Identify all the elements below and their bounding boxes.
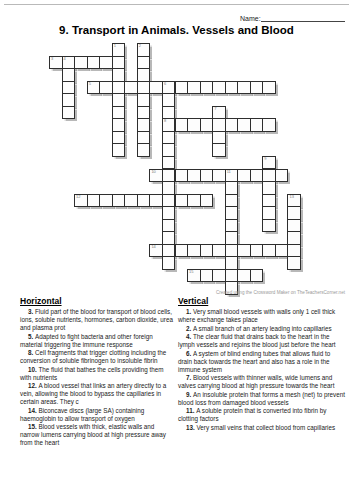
crossword-cell[interactable]	[212, 244, 226, 258]
clue-number: 2.	[186, 325, 193, 332]
crossword-cell[interactable]	[212, 169, 226, 183]
crossword-cell[interactable]	[225, 256, 239, 270]
clue-item: 12. A blood vessel that links an artery …	[20, 382, 175, 406]
clue-item: 11. A soluble protein that is converted …	[178, 407, 345, 423]
crossword-cell[interactable]	[99, 81, 113, 95]
crossword-cell[interactable]: 4	[62, 56, 76, 70]
cell-number: 10	[151, 170, 155, 174]
crossword-cell[interactable]	[149, 81, 163, 95]
crossword-cell[interactable]	[275, 244, 289, 258]
name-label: Name:	[240, 15, 261, 22]
cell-number: 7	[214, 107, 216, 111]
crossword-cell[interactable]	[112, 93, 126, 107]
clue-item: 7. Blood vessels with thinner walls, wid…	[178, 374, 345, 390]
crossword-cell[interactable]	[225, 118, 239, 132]
crossword-cell[interactable]	[175, 81, 189, 95]
crossword-cell[interactable]	[137, 194, 151, 208]
clue-item: 4. The clear fluid that drains back to t…	[178, 333, 345, 349]
crossword-cell[interactable]	[162, 181, 176, 195]
crossword-cell[interactable]	[87, 194, 101, 208]
cell-number: 4	[64, 57, 66, 61]
crossword-cell[interactable]	[124, 194, 138, 208]
crossword-cell[interactable]: 9	[262, 156, 276, 170]
clue-number: 11.	[186, 407, 196, 414]
crossword-cell[interactable]	[162, 169, 176, 183]
crossword-cell[interactable]	[200, 118, 214, 132]
crossword-cell[interactable]	[187, 244, 201, 258]
crossword-cell[interactable]	[112, 68, 126, 82]
clue-number: 14.	[28, 407, 39, 414]
crossword-cell[interactable]	[287, 219, 301, 233]
cell-number: 2	[139, 44, 141, 48]
crossword-cell[interactable]	[262, 81, 276, 95]
crossword-cell[interactable]	[250, 118, 264, 132]
crossword-cell[interactable]	[225, 231, 239, 245]
clue-number: 1.	[186, 308, 193, 315]
clue-item: 15. Blood vessels with thick, elastic wa…	[20, 423, 175, 447]
clue-number: 5.	[28, 333, 35, 340]
crossword-cell[interactable]: 10	[149, 169, 163, 183]
crossword-cell[interactable]: 2	[137, 43, 151, 57]
crossword-cell[interactable]	[175, 194, 189, 208]
clue-number: 8.	[28, 349, 35, 356]
crossword-grid: 123456789101112131415	[49, 43, 309, 303]
crossword-cell[interactable]	[212, 131, 226, 145]
clue-number: 9.	[186, 391, 193, 398]
crossword-cell[interactable]	[225, 269, 239, 283]
crossword-cell[interactable]	[62, 81, 76, 95]
crossword-cell[interactable]	[237, 269, 251, 283]
crossword-cell[interactable]	[162, 156, 176, 170]
crossword-cell[interactable]	[112, 81, 126, 95]
clues-horizontal-section: Horizontal 3. Fluid part of the blood fo…	[20, 296, 175, 448]
crossword-cell[interactable]	[200, 81, 214, 95]
crossword-cell[interactable]	[237, 244, 251, 258]
crossword-cell[interactable]: 8	[162, 118, 176, 132]
crossword-cell[interactable]	[175, 169, 189, 183]
crossword-cell[interactable]	[187, 81, 201, 95]
crossword-cell[interactable]	[162, 143, 176, 157]
crossword-cell[interactable]	[112, 106, 126, 120]
vertical-clue-list: 1. Very small blood vessels with walls o…	[178, 308, 345, 432]
crossword-cell[interactable]	[237, 169, 251, 183]
clue-item: 6. A system of blind ending tubes that a…	[178, 350, 345, 374]
cell-number: 12	[76, 195, 80, 199]
crossword-cell[interactable]	[262, 181, 276, 195]
crossword-cell[interactable]	[237, 81, 251, 95]
crossword-cell[interactable]	[200, 194, 214, 208]
crossword-cell[interactable]: 15	[187, 269, 201, 283]
crossword-cell[interactable]	[262, 169, 276, 183]
crossword-cell[interactable]	[262, 194, 276, 208]
crossword-cell[interactable]	[112, 131, 126, 145]
clue-number: 12.	[28, 382, 39, 389]
crossword-cell[interactable]	[137, 131, 151, 145]
crossword-cell[interactable]	[225, 219, 239, 233]
crossword-cell[interactable]	[200, 244, 214, 258]
crossword-cell[interactable]	[175, 244, 189, 258]
crossword-cell[interactable]	[137, 143, 151, 157]
crossword-cell[interactable]	[250, 169, 264, 183]
crossword-cell[interactable]	[187, 194, 201, 208]
cell-number: 8	[164, 119, 166, 123]
crossword-cell[interactable]	[187, 169, 201, 183]
crossword-cell[interactable]	[137, 106, 151, 120]
crossword-cell[interactable]	[250, 81, 264, 95]
horizontal-header: Horizontal	[20, 296, 175, 306]
crossword-cell[interactable]	[287, 244, 301, 258]
crossword-cell[interactable]	[112, 56, 126, 70]
clue-number: 3.	[28, 308, 35, 315]
crossword-cell[interactable]	[187, 118, 201, 132]
clue-item: 2. A small branch of an artery leading i…	[178, 325, 345, 333]
crossword-cell[interactable]	[225, 81, 239, 95]
crossword-cell[interactable]	[262, 206, 276, 220]
crossword-cell[interactable]	[99, 194, 113, 208]
crossword-cell[interactable]: 13	[287, 194, 301, 208]
crossword-cell[interactable]	[124, 81, 138, 95]
crossword-cell[interactable]	[225, 244, 239, 258]
worksheet-page: Name: 9. Transport in Animals. Vessels a…	[0, 0, 353, 500]
crossword-cell[interactable]	[99, 56, 113, 70]
horizontal-clue-list: 3. Fluid part of the blood for transport…	[20, 308, 175, 447]
clue-number: 15.	[28, 423, 39, 430]
clue-item: 13. Very small veins that collect blood …	[178, 424, 345, 432]
crossword-cell[interactable]	[162, 131, 176, 145]
cell-number: 1	[114, 44, 116, 48]
crossword-cell[interactable]	[62, 68, 76, 82]
crossword-cell[interactable]	[162, 106, 176, 120]
cell-number: 3	[51, 57, 53, 61]
crossword-cell[interactable]	[212, 81, 226, 95]
crossword-cell[interactable]	[225, 181, 239, 195]
crossword-cell[interactable]	[162, 206, 176, 220]
clues-vertical-section: Vertical 1. Very small blood vessels wit…	[178, 296, 345, 432]
clue-item: 9. An insoluble protein that forms a mes…	[178, 391, 345, 407]
crossword-cell[interactable]	[112, 143, 126, 157]
crossword-cell[interactable]	[137, 56, 151, 70]
crossword-cell[interactable]	[62, 106, 76, 120]
name-blank-line[interactable]	[261, 14, 345, 22]
crossword-cell[interactable]	[87, 56, 101, 70]
crossword-cell[interactable]	[149, 194, 163, 208]
clue-number: 13.	[186, 424, 197, 431]
crossword-cell[interactable]	[137, 118, 151, 132]
cell-number: 11	[227, 170, 231, 174]
crossword-cell[interactable]: 12	[74, 194, 88, 208]
crossword-cell[interactable]	[162, 244, 176, 258]
crossword-cell[interactable]	[237, 118, 251, 132]
crossword-cell[interactable]	[175, 118, 189, 132]
crossword-cell[interactable]	[250, 269, 264, 283]
crossword-cell[interactable]	[262, 118, 276, 132]
crossword-cell[interactable]	[287, 256, 301, 270]
clue-item: 5. Adapted to fight bacteria and other f…	[20, 333, 175, 349]
crossword-cell[interactable]	[287, 206, 301, 220]
crossword-cell[interactable]	[287, 231, 301, 245]
name-row: Name:	[240, 14, 345, 22]
crossword-cell[interactable]	[62, 93, 76, 107]
crossword-cell[interactable]	[74, 56, 88, 70]
crossword-cell[interactable]	[250, 244, 264, 258]
crossword-cell[interactable]	[162, 231, 176, 245]
clue-item: 10. The fluid that bathes the cells prov…	[20, 366, 175, 382]
crossword-cell[interactable]	[212, 143, 226, 157]
crossword-cell[interactable]	[200, 269, 214, 283]
crossword-cell[interactable]: 1	[112, 43, 126, 57]
crossword-cell[interactable]	[225, 194, 239, 208]
cell-number: 9	[264, 157, 266, 161]
cell-number: 14	[151, 245, 155, 249]
crossword-cell[interactable]: 11	[225, 169, 239, 183]
crossword-cell[interactable]: 6	[162, 81, 176, 95]
crossword-cell[interactable]	[162, 194, 176, 208]
crossword-cell[interactable]	[112, 194, 126, 208]
crossword-cell[interactable]	[262, 219, 276, 233]
crossword-cell[interactable]: 14	[149, 244, 163, 258]
crossword-cell[interactable]	[137, 68, 151, 82]
footer-credit: Created using the Crossword Maker on The…	[216, 290, 345, 295]
clue-item: 8. Cell fragments that trigger clotting …	[20, 349, 175, 365]
crossword-cell[interactable]	[262, 244, 276, 258]
crossword-cell[interactable]	[162, 256, 176, 270]
clue-number: 10.	[28, 366, 39, 373]
crossword-cell[interactable]	[112, 118, 126, 132]
clue-item: 1. Very small blood vessels with walls o…	[178, 308, 345, 324]
crossword-cell[interactable]	[225, 206, 239, 220]
crossword-cell[interactable]: 3	[49, 56, 63, 70]
cell-number: 13	[289, 195, 293, 199]
crossword-cell[interactable]: 5	[87, 81, 101, 95]
clue-number: 4.	[186, 333, 193, 340]
vertical-header: Vertical	[178, 296, 345, 306]
cell-number: 6	[164, 82, 166, 86]
crossword-cell[interactable]	[275, 169, 289, 183]
cell-number: 5	[89, 82, 91, 86]
crossword-cell[interactable]	[212, 118, 226, 132]
clue-number: 6.	[186, 350, 193, 357]
crossword-cell[interactable]	[200, 169, 214, 183]
clue-item: 3. Fluid part of the blood for transport…	[20, 308, 175, 332]
crossword-cell[interactable]	[212, 269, 226, 283]
crossword-cell[interactable]	[137, 81, 151, 95]
cell-number: 15	[189, 270, 193, 274]
crossword-cell[interactable]	[137, 93, 151, 107]
crossword-cell[interactable]: 7	[212, 106, 226, 120]
crossword-cell[interactable]	[162, 219, 176, 233]
crossword-cell[interactable]	[162, 93, 176, 107]
clue-item: 14. Biconcave discs (large SA) containin…	[20, 407, 175, 423]
page-title: 9. Transport in Animals. Vessels and Blo…	[0, 24, 353, 36]
clue-number: 7.	[186, 374, 193, 381]
